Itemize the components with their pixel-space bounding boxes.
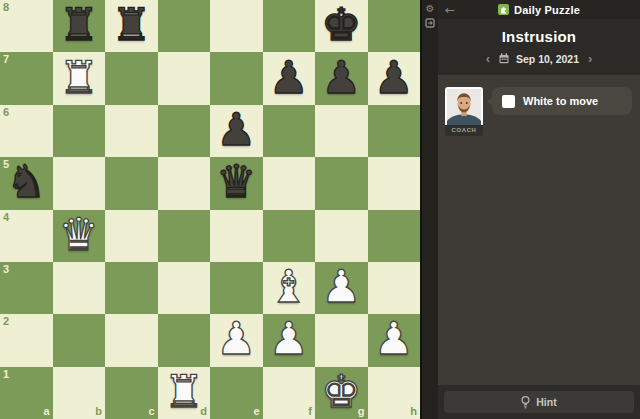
rank-label-1: 1	[3, 369, 9, 380]
rank-label-2: 2	[3, 316, 9, 327]
prev-puzzle-chevron[interactable]: ‹	[484, 52, 492, 65]
square-g8[interactable]: ♚	[315, 0, 368, 52]
square-e8[interactable]	[210, 0, 263, 52]
square-b5[interactable]	[53, 157, 106, 209]
square-b2[interactable]	[53, 314, 106, 366]
next-puzzle-chevron[interactable]: ›	[586, 52, 594, 65]
side-toolbar: ⚙	[422, 0, 438, 419]
square-b4[interactable]: ♛	[53, 210, 106, 262]
square-b1[interactable]: b	[53, 367, 106, 419]
chess-puzzle-app: 8♜♜♚7♜♟♟♟6♟5♞♛4♛3♝♟2♟♟♟1abcd♜efg♚h ⚙ ←	[0, 0, 640, 419]
black-pawn[interactable]: ♟	[210, 105, 263, 157]
square-d5[interactable]	[158, 157, 211, 209]
square-f4[interactable]	[263, 210, 316, 262]
white-color-swatch	[502, 95, 515, 108]
settings-gear-icon[interactable]: ⚙	[425, 3, 436, 14]
square-c8[interactable]: ♜	[105, 0, 158, 52]
white-king[interactable]: ♚	[315, 367, 368, 419]
date-row: ‹ Sep 10, 2021 ›	[438, 52, 640, 65]
square-e4[interactable]	[210, 210, 263, 262]
panel-title: Daily Puzzle	[514, 4, 580, 16]
square-g6[interactable]	[315, 105, 368, 157]
file-label-f: f	[308, 406, 312, 417]
puzzle-header: Instrusion ‹ Sep 10, 2021 ›	[438, 19, 640, 75]
hint-button[interactable]: Hint	[444, 391, 634, 413]
square-e1[interactable]: e	[210, 367, 263, 419]
daily-puzzle-icon	[498, 4, 509, 15]
file-label-c: c	[148, 406, 154, 417]
square-h6[interactable]	[368, 105, 421, 157]
black-pawn[interactable]: ♟	[315, 52, 368, 104]
square-e2[interactable]: ♟	[210, 314, 263, 366]
puzzle-title: Instrusion	[438, 28, 640, 45]
rank-label-3: 3	[3, 264, 9, 275]
square-d8[interactable]	[158, 0, 211, 52]
square-c2[interactable]	[105, 314, 158, 366]
square-d7[interactable]	[158, 52, 211, 104]
flip-board-icon[interactable]	[425, 17, 436, 28]
black-pawn[interactable]: ♟	[263, 52, 316, 104]
back-arrow-icon[interactable]: ←	[445, 4, 455, 16]
square-g4[interactable]	[315, 210, 368, 262]
sidebar: ⚙ ← Daily Puzzle	[420, 0, 640, 419]
lightbulb-icon	[521, 396, 530, 409]
white-pawn[interactable]: ♟	[315, 262, 368, 314]
rank-label-8: 8	[3, 2, 9, 13]
square-h3[interactable]	[368, 262, 421, 314]
square-e6[interactable]: ♟	[210, 105, 263, 157]
square-f6[interactable]	[263, 105, 316, 157]
file-label-a: a	[43, 406, 49, 417]
rank-label-4: 4	[3, 212, 9, 223]
square-c1[interactable]: c	[105, 367, 158, 419]
rank-label-6: 6	[3, 107, 9, 118]
black-rook[interactable]: ♜	[53, 0, 106, 52]
white-pawn[interactable]: ♟	[210, 314, 263, 366]
square-f1[interactable]: f	[263, 367, 316, 419]
square-c7[interactable]	[105, 52, 158, 104]
panel-footer: Hint	[438, 385, 640, 419]
black-king[interactable]: ♚	[315, 0, 368, 52]
white-queen[interactable]: ♛	[53, 210, 106, 262]
square-b8[interactable]: ♜	[53, 0, 106, 52]
white-rook[interactable]: ♜	[158, 367, 211, 419]
square-g2[interactable]	[315, 314, 368, 366]
square-g7[interactable]: ♟	[315, 52, 368, 104]
square-a2[interactable]: 2	[0, 314, 53, 366]
square-g5[interactable]	[315, 157, 368, 209]
square-g1[interactable]: g♚	[315, 367, 368, 419]
panel-header: ← Daily Puzzle	[438, 0, 640, 19]
square-e5[interactable]: ♛	[210, 157, 263, 209]
square-f5[interactable]	[263, 157, 316, 209]
square-f8[interactable]	[263, 0, 316, 52]
black-rook[interactable]: ♜	[105, 0, 158, 52]
square-d1[interactable]: d♜	[158, 367, 211, 419]
square-c5[interactable]	[105, 157, 158, 209]
square-f7[interactable]: ♟	[263, 52, 316, 104]
square-f3[interactable]: ♝	[263, 262, 316, 314]
square-d4[interactable]	[158, 210, 211, 262]
move-indicator: White to move	[523, 95, 598, 107]
square-d2[interactable]	[158, 314, 211, 366]
calendar-icon	[499, 53, 509, 64]
square-h2[interactable]: ♟	[368, 314, 421, 366]
square-d3[interactable]	[158, 262, 211, 314]
square-a6[interactable]: 6	[0, 105, 53, 157]
black-knight[interactable]: ♞	[0, 157, 53, 209]
square-c3[interactable]	[105, 262, 158, 314]
black-queen[interactable]: ♛	[210, 157, 263, 209]
square-a3[interactable]: 3	[0, 262, 53, 314]
square-c6[interactable]	[105, 105, 158, 157]
square-b3[interactable]	[53, 262, 106, 314]
black-pawn[interactable]: ♟	[368, 52, 421, 104]
square-a1[interactable]: 1a	[0, 367, 53, 419]
puzzle-date: Sep 10, 2021	[516, 53, 579, 65]
coach-message-bubble: White to move	[492, 87, 632, 115]
chess-board[interactable]: 8♜♜♚7♜♟♟♟6♟5♞♛4♛3♝♟2♟♟♟1abcd♜efg♚h	[0, 0, 420, 419]
square-h1[interactable]: h	[368, 367, 421, 419]
square-f2[interactable]: ♟	[263, 314, 316, 366]
file-label-e: e	[253, 406, 259, 417]
file-label-h: h	[410, 406, 417, 417]
square-c4[interactable]	[105, 210, 158, 262]
square-h4[interactable]	[368, 210, 421, 262]
square-g3[interactable]: ♟	[315, 262, 368, 314]
side-panel: ← Daily Puzzle Instrusion ‹	[438, 0, 640, 419]
coach-avatar: COACH	[445, 87, 483, 136]
coach-label: COACH	[445, 125, 483, 136]
square-a8[interactable]: 8	[0, 0, 53, 52]
square-d6[interactable]	[158, 105, 211, 157]
hint-label: Hint	[536, 396, 556, 408]
square-h5[interactable]	[368, 157, 421, 209]
square-e7[interactable]	[210, 52, 263, 104]
file-label-b: b	[95, 406, 102, 417]
white-pawn[interactable]: ♟	[263, 314, 316, 366]
square-b7[interactable]: ♜	[53, 52, 106, 104]
square-e3[interactable]	[210, 262, 263, 314]
square-b6[interactable]	[53, 105, 106, 157]
white-bishop[interactable]: ♝	[263, 262, 316, 314]
square-a4[interactable]: 4	[0, 210, 53, 262]
coach-portrait	[445, 87, 483, 125]
rank-label-7: 7	[3, 54, 9, 65]
square-h7[interactable]: ♟	[368, 52, 421, 104]
square-a7[interactable]: 7	[0, 52, 53, 104]
white-rook[interactable]: ♜	[53, 52, 106, 104]
square-h8[interactable]	[368, 0, 421, 52]
white-pawn[interactable]: ♟	[368, 314, 421, 366]
panel-body: COACH White to move	[438, 75, 640, 385]
square-a5[interactable]: 5♞	[0, 157, 53, 209]
